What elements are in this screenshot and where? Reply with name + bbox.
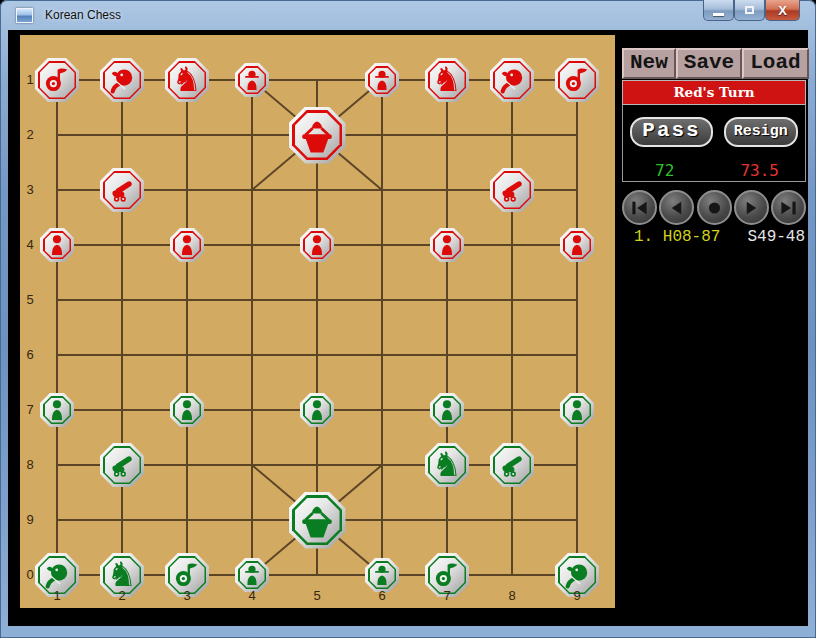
action-panel: Pass Resign 72 73.5 — [622, 105, 806, 182]
col-label-6: 6 — [372, 587, 392, 605]
piece-red-cannon[interactable] — [490, 168, 534, 212]
minimize-button[interactable] — [703, 0, 734, 21]
horse-icon: ♞ — [432, 447, 462, 481]
app-window: Korean Chess X ♞ ♞ — [0, 0, 816, 638]
file-button-row: New Save Load — [622, 48, 806, 79]
move-entry-next[interactable]: S49-48 — [747, 228, 805, 246]
sidebar: New Save Load Red's Turn Pass Resign 72 … — [620, 30, 808, 626]
step-back-button[interactable] — [659, 190, 694, 225]
piece-red-soldier[interactable] — [40, 228, 74, 262]
row-label-8: 8 — [21, 456, 39, 474]
piece-red-guard[interactable] — [235, 63, 269, 97]
go-first-button[interactable] — [622, 190, 657, 225]
piece-green-soldier[interactable] — [170, 393, 204, 427]
col-label-2: 2 — [112, 587, 132, 605]
col-label-3: 3 — [177, 587, 197, 605]
piece-red-cannon[interactable] — [100, 168, 144, 212]
piece-red-elephant[interactable] — [100, 58, 144, 102]
title-bar: Korean Chess X — [0, 0, 816, 30]
new-button[interactable]: New — [622, 48, 676, 79]
piece-green-horse[interactable]: ♞ — [425, 443, 469, 487]
row-label-9: 9 — [21, 511, 39, 529]
piece-red-soldier[interactable] — [560, 228, 594, 262]
move-navigation — [622, 190, 806, 225]
piece-red-soldier[interactable] — [170, 228, 204, 262]
resign-button[interactable]: Resign — [724, 117, 798, 147]
row-label-2: 2 — [21, 126, 39, 144]
piece-red-chariot[interactable] — [555, 58, 599, 102]
move-entry-current[interactable]: 1. H08-87 — [634, 228, 720, 246]
janggi-board[interactable]: ♞ ♞ — [20, 35, 615, 608]
row-label-1: 1 — [21, 71, 39, 89]
piece-red-horse[interactable]: ♞ — [425, 58, 469, 102]
col-label-8: 8 — [502, 587, 522, 605]
row-label-3: 3 — [21, 181, 39, 199]
piece-green-soldier[interactable] — [300, 393, 334, 427]
step-forward-icon — [742, 197, 761, 219]
maximize-button[interactable] — [734, 0, 765, 21]
piece-red-general[interactable] — [289, 107, 346, 164]
piece-red-elephant[interactable] — [490, 58, 534, 102]
green-score: 72 — [655, 161, 674, 180]
col-label-1: 1 — [47, 587, 67, 605]
piece-red-chariot[interactable] — [35, 58, 79, 102]
piece-green-general[interactable] — [289, 492, 346, 549]
piece-red-soldier[interactable] — [430, 228, 464, 262]
minimize-icon — [713, 13, 724, 16]
step-back-icon — [667, 197, 686, 219]
stop-icon — [705, 197, 724, 219]
go-last-icon — [779, 197, 798, 219]
maximize-icon — [745, 6, 754, 14]
close-icon: X — [778, 3, 787, 18]
move-list: 1. H08-87 S49-48 — [634, 228, 806, 246]
step-forward-button[interactable] — [734, 190, 769, 225]
piece-red-guard[interactable] — [365, 63, 399, 97]
piece-grid: ♞ ♞ — [25, 53, 610, 603]
go-first-icon — [630, 197, 649, 219]
load-button[interactable]: Load — [742, 48, 808, 79]
piece-green-cannon[interactable] — [490, 443, 534, 487]
piece-green-soldier[interactable] — [40, 393, 74, 427]
piece-green-soldier[interactable] — [430, 393, 464, 427]
row-label-4: 4 — [21, 236, 39, 254]
piece-green-cannon[interactable] — [100, 443, 144, 487]
turn-indicator: Red's Turn — [622, 80, 806, 105]
row-label-0: 0 — [21, 566, 39, 584]
go-last-button[interactable] — [771, 190, 806, 225]
piece-green-soldier[interactable] — [560, 393, 594, 427]
piece-red-soldier[interactable] — [300, 228, 334, 262]
window-title: Korean Chess — [45, 8, 121, 22]
save-button[interactable]: Save — [676, 48, 742, 79]
client-area: ♞ ♞ — [8, 30, 808, 626]
col-label-9: 9 — [567, 587, 587, 605]
horse-icon: ♞ — [172, 62, 202, 96]
stop-button[interactable] — [697, 190, 732, 225]
col-label-4: 4 — [242, 587, 262, 605]
row-label-5: 5 — [21, 291, 39, 309]
row-label-7: 7 — [21, 401, 39, 419]
close-button[interactable]: X — [765, 0, 800, 21]
piece-red-horse[interactable]: ♞ — [165, 58, 209, 102]
pass-button[interactable]: Pass — [630, 117, 712, 147]
horse-icon: ♞ — [107, 557, 137, 591]
red-score: 73.5 — [740, 161, 779, 180]
row-label-6: 6 — [21, 346, 39, 364]
col-label-5: 5 — [307, 587, 327, 605]
window-icon — [16, 8, 33, 23]
horse-icon: ♞ — [432, 62, 462, 96]
col-label-7: 7 — [437, 587, 457, 605]
